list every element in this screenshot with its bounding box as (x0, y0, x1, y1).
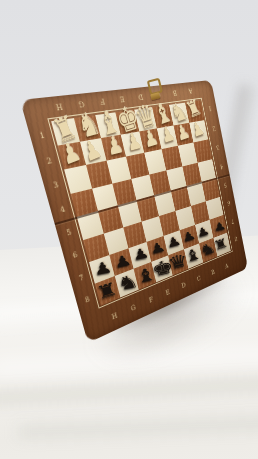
photo-scene: HGFEDCBAHGFEDCBA1234567812345678 ♜♞♝♚♛♝♞… (0, 0, 258, 459)
piece-black-pawn-c7[interactable]: ♟ (180, 229, 197, 244)
piece-black-pawn-d7[interactable]: ♟ (165, 235, 183, 251)
pieces-layer: ♜♞♝♚♛♝♞♜♟♟♟♟♟♟♟♟♟♟♟♟♟♟♟♟♜♞♝♚♛♝♞♜ (0, 0, 258, 459)
piece-black-pawn-e7[interactable]: ♟ (148, 240, 166, 257)
piece-black-rook-h8[interactable]: ♜ (94, 279, 119, 302)
piece-black-knight-g8[interactable]: ♞ (116, 272, 140, 294)
piece-black-pawn-g7[interactable]: ♟ (112, 253, 132, 271)
piece-black-pawn-a7[interactable]: ♟ (212, 220, 226, 233)
piece-white-pawn-a2[interactable]: ♟ (189, 119, 207, 141)
piece-black-pawn-h7[interactable]: ♟ (93, 260, 114, 279)
piece-black-pawn-f7[interactable]: ♟ (131, 246, 150, 263)
piece-black-pawn-b7[interactable]: ♟ (195, 224, 211, 239)
